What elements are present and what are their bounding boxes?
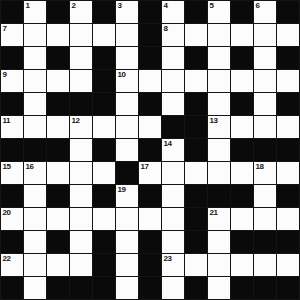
clue-number-13: 13 bbox=[210, 116, 218, 125]
black-cell-r8c0 bbox=[1, 185, 23, 207]
white-cell-r1c5[interactable] bbox=[116, 24, 138, 46]
white-cell-r1c2[interactable] bbox=[47, 24, 69, 46]
white-cell-r3c9[interactable] bbox=[208, 70, 230, 92]
black-cell-r10c12 bbox=[277, 231, 299, 253]
black-cell-r8c6 bbox=[139, 185, 161, 207]
black-cell-r1c6 bbox=[139, 24, 161, 46]
white-cell-r9c4[interactable] bbox=[93, 208, 115, 230]
white-cell-r4c9[interactable] bbox=[208, 93, 230, 115]
white-cell-r6c5[interactable] bbox=[116, 139, 138, 161]
white-cell-r1c9[interactable] bbox=[208, 24, 230, 46]
white-cell-r1c4[interactable] bbox=[93, 24, 115, 46]
black-cell-r10c8 bbox=[185, 231, 207, 253]
black-cell-r12c8 bbox=[185, 277, 207, 299]
black-cell-r8c4 bbox=[93, 185, 115, 207]
black-cell-r8c12 bbox=[277, 185, 299, 207]
white-cell-r8c5[interactable]: 19 bbox=[116, 185, 138, 207]
white-cell-r3c0[interactable]: 9 bbox=[1, 70, 23, 92]
black-cell-r12c6 bbox=[139, 277, 161, 299]
black-cell-r2c6 bbox=[139, 47, 161, 69]
white-cell-r2c5[interactable] bbox=[116, 47, 138, 69]
white-cell-r12c1[interactable] bbox=[24, 277, 46, 299]
white-cell-r7c6[interactable]: 17 bbox=[139, 162, 161, 184]
black-cell-r5c8 bbox=[185, 116, 207, 138]
white-cell-r0c11[interactable]: 6 bbox=[254, 1, 276, 23]
white-cell-r4c7[interactable] bbox=[162, 93, 184, 115]
white-cell-r7c10[interactable] bbox=[231, 162, 253, 184]
black-cell-r7c5 bbox=[116, 162, 138, 184]
white-cell-r11c9[interactable] bbox=[208, 254, 230, 276]
clue-number-20: 20 bbox=[3, 208, 11, 217]
white-cell-r3c7[interactable] bbox=[162, 70, 184, 92]
clue-number-4: 4 bbox=[164, 1, 168, 10]
white-cell-r11c0[interactable]: 22 bbox=[1, 254, 23, 276]
white-cell-r0c3[interactable]: 2 bbox=[70, 1, 92, 23]
white-cell-r2c1[interactable] bbox=[24, 47, 46, 69]
white-cell-r10c3[interactable] bbox=[70, 231, 92, 253]
white-cell-r1c10[interactable] bbox=[231, 24, 253, 46]
white-cell-r12c5[interactable] bbox=[116, 277, 138, 299]
white-cell-r2c9[interactable] bbox=[208, 47, 230, 69]
white-cell-r4c5[interactable] bbox=[116, 93, 138, 115]
black-cell-r10c6 bbox=[139, 231, 161, 253]
black-cell-r0c0 bbox=[1, 1, 23, 23]
black-cell-r8c2 bbox=[47, 185, 69, 207]
black-cell-r11c4 bbox=[93, 254, 115, 276]
white-cell-r8c3[interactable] bbox=[70, 185, 92, 207]
black-cell-r10c10 bbox=[231, 231, 253, 253]
black-cell-r2c8 bbox=[185, 47, 207, 69]
white-cell-r10c1[interactable] bbox=[24, 231, 46, 253]
black-cell-r0c6 bbox=[139, 1, 161, 23]
white-cell-r1c1[interactable] bbox=[24, 24, 46, 46]
white-cell-r5c0[interactable]: 11 bbox=[1, 116, 23, 138]
black-cell-r10c11 bbox=[254, 231, 276, 253]
white-cell-r2c11[interactable] bbox=[254, 47, 276, 69]
white-cell-r3c2[interactable] bbox=[47, 70, 69, 92]
white-cell-r7c7[interactable] bbox=[162, 162, 184, 184]
white-cell-r3c1[interactable] bbox=[24, 70, 46, 92]
black-cell-r6c2 bbox=[47, 139, 69, 161]
white-cell-r9c9[interactable]: 21 bbox=[208, 208, 230, 230]
white-cell-r9c11[interactable] bbox=[254, 208, 276, 230]
white-cell-r5c9[interactable]: 13 bbox=[208, 116, 230, 138]
clue-number-22: 22 bbox=[3, 254, 11, 263]
black-cell-r0c4 bbox=[93, 1, 115, 23]
white-cell-r5c11[interactable] bbox=[254, 116, 276, 138]
white-cell-r3c12[interactable] bbox=[277, 70, 299, 92]
clue-number-10: 10 bbox=[118, 70, 126, 79]
crossword-grid: 1234567891011121314151617181920212223 bbox=[0, 0, 300, 300]
white-cell-r7c11[interactable]: 18 bbox=[254, 162, 276, 184]
white-cell-r5c5[interactable] bbox=[116, 116, 138, 138]
white-cell-r9c10[interactable] bbox=[231, 208, 253, 230]
white-cell-r1c0[interactable]: 7 bbox=[1, 24, 23, 46]
white-cell-r10c5[interactable] bbox=[116, 231, 138, 253]
white-cell-r7c8[interactable] bbox=[185, 162, 207, 184]
white-cell-r7c1[interactable]: 16 bbox=[24, 162, 46, 184]
clue-number-11: 11 bbox=[3, 116, 10, 125]
black-cell-r6c11 bbox=[254, 139, 276, 161]
white-cell-r8c1[interactable] bbox=[24, 185, 46, 207]
clue-number-17: 17 bbox=[141, 162, 149, 171]
white-cell-r12c9[interactable] bbox=[208, 277, 230, 299]
black-cell-r6c12 bbox=[277, 139, 299, 161]
black-cell-r2c12 bbox=[277, 47, 299, 69]
white-cell-r3c10[interactable] bbox=[231, 70, 253, 92]
clue-number-7: 7 bbox=[3, 24, 7, 33]
clue-number-9: 9 bbox=[3, 70, 7, 79]
white-cell-r6c9[interactable] bbox=[208, 139, 230, 161]
clue-number-18: 18 bbox=[256, 162, 264, 171]
clue-number-23: 23 bbox=[164, 254, 172, 263]
white-cell-r4c1[interactable] bbox=[24, 93, 46, 115]
white-cell-r5c3[interactable]: 12 bbox=[70, 116, 92, 138]
white-cell-r3c8[interactable] bbox=[185, 70, 207, 92]
white-cell-r7c12[interactable] bbox=[277, 162, 299, 184]
white-cell-r8c7[interactable] bbox=[162, 185, 184, 207]
white-cell-r9c0[interactable]: 20 bbox=[1, 208, 23, 230]
white-cell-r6c7[interactable]: 14 bbox=[162, 139, 184, 161]
black-cell-r12c3 bbox=[70, 277, 92, 299]
white-cell-r11c7[interactable]: 23 bbox=[162, 254, 184, 276]
white-cell-r5c6[interactable] bbox=[139, 116, 161, 138]
white-cell-r11c2[interactable] bbox=[47, 254, 69, 276]
white-cell-r2c7[interactable] bbox=[162, 47, 184, 69]
black-cell-r12c4 bbox=[93, 277, 115, 299]
black-cell-r4c3 bbox=[70, 93, 92, 115]
black-cell-r10c2 bbox=[47, 231, 69, 253]
clue-number-12: 12 bbox=[72, 116, 80, 125]
black-cell-r8c9 bbox=[208, 185, 230, 207]
black-cell-r0c12 bbox=[277, 1, 299, 23]
white-cell-r1c12[interactable] bbox=[277, 24, 299, 46]
black-cell-r4c12 bbox=[277, 93, 299, 115]
clue-number-14: 14 bbox=[164, 139, 172, 148]
clue-number-3: 3 bbox=[118, 1, 122, 10]
clue-number-15: 15 bbox=[3, 162, 11, 171]
white-cell-r10c9[interactable] bbox=[208, 231, 230, 253]
white-cell-r0c9[interactable]: 5 bbox=[208, 1, 230, 23]
black-cell-r4c10 bbox=[231, 93, 253, 115]
white-cell-r9c6[interactable] bbox=[139, 208, 161, 230]
black-cell-r3c4 bbox=[93, 70, 115, 92]
black-cell-r6c1 bbox=[24, 139, 46, 161]
clue-number-19: 19 bbox=[118, 185, 126, 194]
clue-number-5: 5 bbox=[210, 1, 214, 10]
white-cell-r3c3[interactable] bbox=[70, 70, 92, 92]
black-cell-r12c11 bbox=[254, 277, 276, 299]
white-cell-r5c12[interactable] bbox=[277, 116, 299, 138]
white-cell-r3c11[interactable] bbox=[254, 70, 276, 92]
black-cell-r2c0 bbox=[1, 47, 23, 69]
black-cell-r6c8 bbox=[185, 139, 207, 161]
white-cell-r9c12[interactable] bbox=[277, 208, 299, 230]
black-cell-r6c10 bbox=[231, 139, 253, 161]
black-cell-r2c10 bbox=[231, 47, 253, 69]
white-cell-r1c3[interactable] bbox=[70, 24, 92, 46]
white-cell-r1c11[interactable] bbox=[254, 24, 276, 46]
black-cell-r0c2 bbox=[47, 1, 69, 23]
white-cell-r11c1[interactable] bbox=[24, 254, 46, 276]
white-cell-r11c10[interactable] bbox=[231, 254, 253, 276]
black-cell-r8c10 bbox=[231, 185, 253, 207]
black-cell-r4c4 bbox=[93, 93, 115, 115]
white-cell-r11c12[interactable] bbox=[277, 254, 299, 276]
white-cell-r7c2[interactable] bbox=[47, 162, 69, 184]
black-cell-r6c0 bbox=[1, 139, 23, 161]
white-cell-r12c7[interactable] bbox=[162, 277, 184, 299]
white-cell-r5c2[interactable] bbox=[47, 116, 69, 138]
white-cell-r4c11[interactable] bbox=[254, 93, 276, 115]
clue-number-1: 1 bbox=[26, 1, 30, 10]
clue-number-16: 16 bbox=[26, 162, 34, 171]
black-cell-r4c0 bbox=[1, 93, 23, 115]
clue-number-8: 8 bbox=[164, 24, 168, 33]
black-cell-r5c7 bbox=[162, 116, 184, 138]
black-cell-r10c0 bbox=[1, 231, 23, 253]
white-cell-r11c8[interactable] bbox=[185, 254, 207, 276]
white-cell-r11c5[interactable] bbox=[116, 254, 138, 276]
black-cell-r12c10 bbox=[231, 277, 253, 299]
black-cell-r4c2 bbox=[47, 93, 69, 115]
white-cell-r7c3[interactable] bbox=[70, 162, 92, 184]
white-cell-r11c3[interactable] bbox=[70, 254, 92, 276]
white-cell-r10c7[interactable] bbox=[162, 231, 184, 253]
black-cell-r4c6 bbox=[139, 93, 161, 115]
white-cell-r8c11[interactable] bbox=[254, 185, 276, 207]
white-cell-r9c7[interactable] bbox=[162, 208, 184, 230]
black-cell-r0c10 bbox=[231, 1, 253, 23]
clue-number-6: 6 bbox=[256, 1, 260, 10]
white-cell-r7c0[interactable]: 15 bbox=[1, 162, 23, 184]
black-cell-r6c4 bbox=[93, 139, 115, 161]
black-cell-r12c12 bbox=[277, 277, 299, 299]
black-cell-r2c4 bbox=[93, 47, 115, 69]
white-cell-r9c1[interactable] bbox=[24, 208, 46, 230]
white-cell-r2c3[interactable] bbox=[70, 47, 92, 69]
black-cell-r10c4 bbox=[93, 231, 115, 253]
white-cell-r9c5[interactable] bbox=[116, 208, 138, 230]
black-cell-r9c8 bbox=[185, 208, 207, 230]
black-cell-r11c6 bbox=[139, 254, 161, 276]
white-cell-r11c11[interactable] bbox=[254, 254, 276, 276]
white-cell-r0c7[interactable]: 4 bbox=[162, 1, 184, 23]
white-cell-r9c3[interactable] bbox=[70, 208, 92, 230]
white-cell-r5c10[interactable] bbox=[231, 116, 253, 138]
white-cell-r5c4[interactable] bbox=[93, 116, 115, 138]
white-cell-r0c5[interactable]: 3 bbox=[116, 1, 138, 23]
clue-number-2: 2 bbox=[72, 1, 76, 10]
clue-number-21: 21 bbox=[210, 208, 218, 217]
white-cell-r6c3[interactable] bbox=[70, 139, 92, 161]
black-cell-r12c2 bbox=[47, 277, 69, 299]
black-cell-r2c2 bbox=[47, 47, 69, 69]
black-cell-r0c8 bbox=[185, 1, 207, 23]
white-cell-r1c8[interactable] bbox=[185, 24, 207, 46]
black-cell-r4c8 bbox=[185, 93, 207, 115]
white-cell-r3c6[interactable] bbox=[139, 70, 161, 92]
white-cell-r7c9[interactable] bbox=[208, 162, 230, 184]
white-cell-r0c1[interactable]: 1 bbox=[24, 1, 46, 23]
black-cell-r6c6 bbox=[139, 139, 161, 161]
black-cell-r8c8 bbox=[185, 185, 207, 207]
white-cell-r9c2[interactable] bbox=[47, 208, 69, 230]
white-cell-r5c1[interactable] bbox=[24, 116, 46, 138]
black-cell-r12c0 bbox=[1, 277, 23, 299]
white-cell-r7c4[interactable] bbox=[93, 162, 115, 184]
white-cell-r1c7[interactable]: 8 bbox=[162, 24, 184, 46]
white-cell-r3c5[interactable]: 10 bbox=[116, 70, 138, 92]
